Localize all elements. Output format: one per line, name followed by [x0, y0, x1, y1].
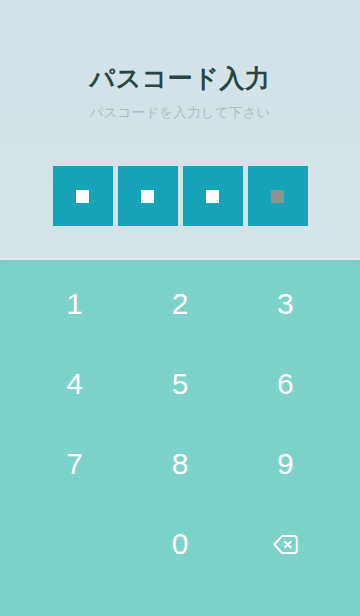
key-7[interactable]: 7	[22, 424, 127, 504]
backspace-icon	[272, 534, 299, 555]
passcode-dot-4	[271, 190, 284, 203]
passcode-screen: パスコード入力 パスコードを入力して下さい 1 2 3 4 5 6 7 8 9 …	[0, 0, 360, 616]
passcode-slot-3	[183, 166, 243, 226]
page-subtitle: パスコードを入力して下さい	[0, 104, 360, 122]
key-backspace[interactable]	[233, 504, 338, 584]
key-8[interactable]: 8	[127, 424, 232, 504]
passcode-slots	[0, 166, 360, 226]
header-section: パスコード入力 パスコードを入力して下さい	[0, 0, 360, 258]
key-6[interactable]: 6	[233, 344, 338, 424]
passcode-dot-2	[141, 190, 154, 203]
passcode-dot-1	[76, 190, 89, 203]
key-1[interactable]: 1	[22, 264, 127, 344]
key-4[interactable]: 4	[22, 344, 127, 424]
page-title: パスコード入力	[0, 0, 360, 95]
key-0[interactable]: 0	[127, 504, 232, 584]
key-3[interactable]: 3	[233, 264, 338, 344]
key-2[interactable]: 2	[127, 264, 232, 344]
passcode-dot-3	[206, 190, 219, 203]
key-9[interactable]: 9	[233, 424, 338, 504]
passcode-slot-1	[53, 166, 113, 226]
key-5[interactable]: 5	[127, 344, 232, 424]
passcode-slot-4	[248, 166, 308, 226]
numeric-keypad: 1 2 3 4 5 6 7 8 9 0	[0, 258, 360, 616]
key-empty	[22, 504, 127, 584]
passcode-slot-2	[118, 166, 178, 226]
